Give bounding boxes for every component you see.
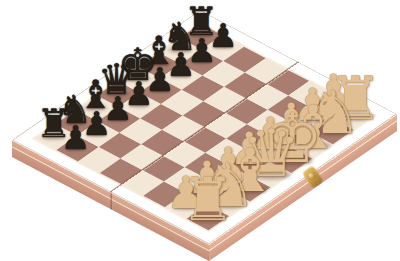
fold-seam-side [110, 192, 111, 210]
piece-black-pawn[interactable]: ♟ [56, 122, 95, 155]
piece-white-rook[interactable]: ♜ [172, 169, 244, 229]
chess-set-photo: ♜♞♝♛♚♝♞♜♟♟♟♟♟♟♟♟♟♟♟♟♟♟♟♟♜♞♝♛♚♝♞♜ [0, 0, 400, 261]
